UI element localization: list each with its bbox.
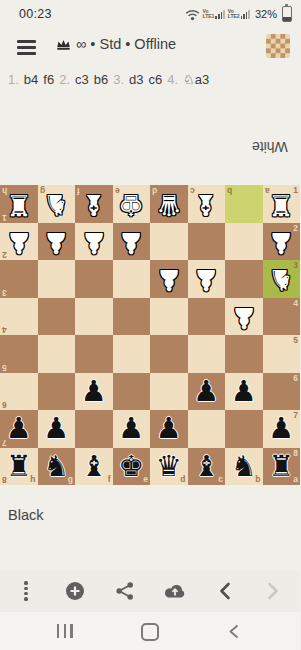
coordinate-label: 5 xyxy=(293,336,298,345)
square-h4[interactable]: 4 xyxy=(0,298,38,336)
square-f4[interactable] xyxy=(75,298,113,336)
square-d2[interactable] xyxy=(150,223,188,261)
square-f3[interactable] xyxy=(75,260,113,298)
wifi-icon xyxy=(185,8,200,21)
black-pawn: ♟ xyxy=(6,410,32,448)
square-h3[interactable]: 3 xyxy=(0,260,38,298)
black-knight: ♞ xyxy=(231,448,257,486)
square-e2[interactable]: ♟ xyxy=(113,223,151,261)
square-g3[interactable] xyxy=(38,260,76,298)
coordinate-label: d xyxy=(180,475,185,484)
square-e4[interactable] xyxy=(113,298,151,336)
coordinate-label: c xyxy=(218,475,223,484)
move-list: 1.b4f62.c3b63.d3c64.♘a3 xyxy=(8,72,296,87)
white-knight: ♞ xyxy=(43,185,69,223)
status-bar: 00:23 Vo LTE1 Vo LTE2 32% xyxy=(0,0,300,28)
white-bishop: ♝ xyxy=(81,185,107,223)
square-b5[interactable] xyxy=(225,335,263,373)
game-mode-status: ∞ • Std • Offline xyxy=(56,36,176,52)
white-king: ♚ xyxy=(118,185,144,223)
square-c7[interactable] xyxy=(188,410,226,448)
status-icons: Vo LTE1 Vo LTE2 32% xyxy=(185,5,293,23)
coordinate-label: 2 xyxy=(293,224,298,233)
coordinate-label: c xyxy=(190,186,195,195)
black-rook: ♜ xyxy=(268,448,294,486)
app-screen: 00:23 Vo LTE1 Vo LTE2 32% xyxy=(0,0,300,650)
square-d3[interactable]: ♟ xyxy=(150,260,188,298)
volte1-indicator: Vo LTE1 xyxy=(203,9,225,19)
black-pawn: ♟ xyxy=(118,410,144,448)
white-pawn: ♟ xyxy=(156,260,182,298)
move: c6 xyxy=(149,72,163,87)
square-f2[interactable]: ♟ xyxy=(75,223,113,261)
square-g6[interactable] xyxy=(38,373,76,411)
black-pawn: ♟ xyxy=(193,373,219,411)
coordinate-label: f xyxy=(77,186,80,195)
black-pawn: ♟ xyxy=(156,410,182,448)
square-g2[interactable]: ♟ xyxy=(38,223,76,261)
coordinate-label: 4 xyxy=(293,299,298,308)
square-g1[interactable]: ♞g xyxy=(38,185,76,223)
move: b4 xyxy=(24,72,38,87)
battery-icon xyxy=(282,6,292,22)
kebab-menu-icon[interactable] xyxy=(14,579,38,603)
square-b2[interactable] xyxy=(225,223,263,261)
coordinate-label: 8 xyxy=(293,449,298,458)
black-rook: ♜ xyxy=(6,448,32,486)
menu-icon[interactable] xyxy=(17,40,36,55)
square-h1[interactable]: ♜h1 xyxy=(0,185,38,223)
move-number: 4. xyxy=(167,72,178,87)
move-number: 1. xyxy=(8,72,19,87)
square-c8[interactable]: ♝c xyxy=(188,448,226,486)
square-c3[interactable]: ♟ xyxy=(188,260,226,298)
square-h6[interactable]: 6 xyxy=(0,373,38,411)
player-label-black: Black xyxy=(8,507,43,523)
coordinate-label: b xyxy=(255,475,260,484)
square-b8[interactable]: ♞b xyxy=(225,448,263,486)
square-e7[interactable]: ♟ xyxy=(113,410,151,448)
net2-bottom: LTE2 xyxy=(228,14,240,19)
signal-bars-1 xyxy=(215,10,224,19)
square-d4[interactable] xyxy=(150,298,188,336)
move-number: 2. xyxy=(59,72,70,87)
square-g8[interactable]: ♞g xyxy=(38,448,76,486)
square-c4[interactable] xyxy=(188,298,226,336)
move: d3 xyxy=(129,72,143,87)
coordinate-label: 4 xyxy=(2,325,7,334)
coordinate-label: g xyxy=(40,186,45,195)
black-pawn: ♟ xyxy=(268,410,294,448)
mode-label: ∞ • Std • Offline xyxy=(76,36,176,52)
previous-move-icon[interactable] xyxy=(213,579,237,603)
coordinate-label: d xyxy=(152,186,157,195)
crown-icon xyxy=(56,38,71,51)
cloud-upload-icon[interactable] xyxy=(163,579,187,603)
square-e3[interactable] xyxy=(113,260,151,298)
square-a7[interactable]: ♟7 xyxy=(263,410,301,448)
square-g5[interactable] xyxy=(38,335,76,373)
coordinate-label: 1 xyxy=(293,186,298,195)
white-pawn: ♟ xyxy=(43,223,69,261)
square-d7[interactable]: ♟ xyxy=(150,410,188,448)
coordinate-label: 6 xyxy=(293,374,298,383)
coordinate-label: 6 xyxy=(2,400,7,409)
signal-bars-2 xyxy=(241,10,250,19)
coordinate-label: h xyxy=(30,475,35,484)
white-pawn: ♟ xyxy=(268,223,294,261)
square-g4[interactable] xyxy=(38,298,76,336)
coordinate-label: 1 xyxy=(2,213,7,222)
coordinate-label: a xyxy=(265,186,270,195)
square-a6[interactable]: 6 xyxy=(263,373,301,411)
chess-board: ♜h1♞g♝f♚e♛d♝cb♜a1♟2♟♟♟♟23♟♟♞34♟4556♟♟♟6♟… xyxy=(0,185,300,485)
home-icon[interactable] xyxy=(141,623,159,641)
square-c1[interactable]: ♝c xyxy=(188,185,226,223)
white-pawn: ♟ xyxy=(6,223,32,261)
square-b4[interactable]: ♟ xyxy=(225,298,263,336)
square-a2[interactable]: ♟2 xyxy=(263,223,301,261)
volte2-indicator: Vo LTE2 xyxy=(228,9,250,19)
white-pawn: ♟ xyxy=(118,223,144,261)
move: ♘a3 xyxy=(183,72,209,87)
square-d6[interactable] xyxy=(150,373,188,411)
square-d1[interactable]: ♛d xyxy=(150,185,188,223)
white-knight: ♞ xyxy=(268,260,294,298)
black-knight: ♞ xyxy=(43,448,69,486)
square-h5[interactable]: 5 xyxy=(0,335,38,373)
coordinate-label: a xyxy=(293,475,298,484)
move: f6 xyxy=(43,72,54,87)
coordinate-label: h xyxy=(2,186,7,195)
white-rook: ♜ xyxy=(6,185,32,223)
square-a4[interactable]: 4 xyxy=(263,298,301,336)
coordinate-label: 7 xyxy=(293,411,298,420)
top-toolbar: ∞ • Std • Offline xyxy=(0,30,300,66)
square-a3[interactable]: ♞3 xyxy=(263,260,301,298)
square-g7[interactable]: ♟ xyxy=(38,410,76,448)
square-d8[interactable]: ♛d xyxy=(150,448,188,486)
coordinate-label: 7 xyxy=(2,438,7,447)
square-f6[interactable]: ♟ xyxy=(75,373,113,411)
square-b1[interactable]: b xyxy=(225,185,263,223)
square-f5[interactable] xyxy=(75,335,113,373)
player-label-white: White xyxy=(252,139,288,155)
back-icon[interactable] xyxy=(228,624,240,639)
black-pawn: ♟ xyxy=(81,373,107,411)
square-f8[interactable]: ♝f xyxy=(75,448,113,486)
square-a8[interactable]: ♜a8 xyxy=(263,448,301,486)
square-c5[interactable] xyxy=(188,335,226,373)
coordinate-label: 3 xyxy=(293,261,298,270)
white-queen: ♛ xyxy=(156,185,182,223)
coordinate-label: 2 xyxy=(2,250,7,259)
square-c2[interactable] xyxy=(188,223,226,261)
white-rook: ♜ xyxy=(268,185,294,223)
coordinate-label: e xyxy=(143,475,148,484)
square-h8[interactable]: ♜h8 xyxy=(0,448,38,486)
coordinate-label: b xyxy=(227,186,232,195)
black-pawn: ♟ xyxy=(231,373,257,411)
move: b6 xyxy=(94,72,108,87)
square-b6[interactable]: ♟ xyxy=(225,373,263,411)
add-circle-icon[interactable] xyxy=(63,579,87,603)
clock-time: 00:23 xyxy=(19,7,52,21)
white-pawn: ♟ xyxy=(81,223,107,261)
square-e1[interactable]: ♚e xyxy=(113,185,151,223)
share-icon[interactable] xyxy=(113,579,137,603)
black-pawn: ♟ xyxy=(43,410,69,448)
square-h2[interactable]: ♟2 xyxy=(0,223,38,261)
square-b7[interactable] xyxy=(225,410,263,448)
board-view-icon[interactable] xyxy=(266,34,290,58)
square-e5[interactable] xyxy=(113,335,151,373)
square-e8[interactable]: ♚e xyxy=(113,448,151,486)
square-e6[interactable] xyxy=(113,373,151,411)
android-nav-bar xyxy=(0,612,300,650)
square-a5[interactable]: 5 xyxy=(263,335,301,373)
coordinate-label: f xyxy=(108,475,111,484)
coordinate-label: 5 xyxy=(2,363,7,372)
square-f7[interactable] xyxy=(75,410,113,448)
white-pawn: ♟ xyxy=(231,298,257,336)
square-h7[interactable]: ♟7 xyxy=(0,410,38,448)
black-bishop: ♝ xyxy=(81,448,107,486)
move-number: 3. xyxy=(113,72,124,87)
black-queen: ♛ xyxy=(156,448,182,486)
net1-bottom: LTE1 xyxy=(203,14,215,19)
recents-icon[interactable] xyxy=(57,624,73,638)
white-bishop: ♝ xyxy=(193,185,219,223)
coordinate-label: e xyxy=(115,186,120,195)
bottom-toolbar xyxy=(0,570,300,612)
coordinate-label: 8 xyxy=(2,475,7,484)
white-pawn: ♟ xyxy=(193,260,219,298)
next-move-icon[interactable] xyxy=(261,579,285,603)
square-b3[interactable] xyxy=(225,260,263,298)
square-a1[interactable]: ♜a1 xyxy=(263,185,301,223)
black-bishop: ♝ xyxy=(193,448,219,486)
coordinate-label: 3 xyxy=(2,288,7,297)
square-c6[interactable]: ♟ xyxy=(188,373,226,411)
move: c3 xyxy=(75,72,89,87)
battery-percent: 32% xyxy=(255,8,277,20)
coordinate-label: g xyxy=(68,475,73,484)
square-f1[interactable]: ♝f xyxy=(75,185,113,223)
square-d5[interactable] xyxy=(150,335,188,373)
black-king: ♚ xyxy=(118,448,144,486)
